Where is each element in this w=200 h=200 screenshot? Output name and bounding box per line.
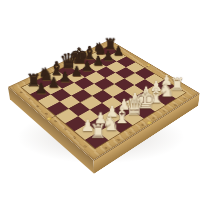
white-rook-icon: ♜ — [81, 122, 115, 141]
product-photo: abcdefgh 87654321 ♜♞♝♛♚♝♞♜♟♟♟♟♟♟♟♟♟♟♟♟♟♟… — [0, 0, 200, 200]
pieces-layer: ♜♞♝♛♚♝♞♜♟♟♟♟♟♟♟♟♟♟♟♟♟♟♟♟♜♞♝♛♚♝♞♜ — [22, 46, 186, 148]
scene: abcdefgh 87654321 ♜♞♝♛♚♝♞♜♟♟♟♟♟♟♟♟♟♟♟♟♟♟… — [0, 0, 200, 200]
black-pawn-icon: ♟ — [26, 81, 56, 95]
chess-board: abcdefgh 87654321 ♜♞♝♛♚♝♞♜♟♟♟♟♟♟♟♟♟♟♟♟♟♟… — [8, 40, 200, 161]
